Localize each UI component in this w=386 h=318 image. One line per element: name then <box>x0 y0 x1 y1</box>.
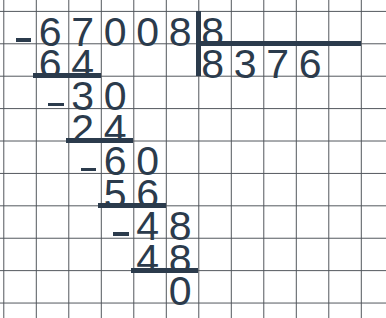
subtraction-underline <box>66 138 134 143</box>
digit-cell-r1c8: 7 <box>261 48 294 80</box>
minus-sign <box>81 168 97 172</box>
digit-cell-r1c7: 3 <box>229 48 262 80</box>
subtraction-underline <box>98 203 166 208</box>
digit-cell-r8c5: 0 <box>164 275 197 307</box>
minus-sign <box>48 103 64 107</box>
digit-cell-r0c5: 8 <box>164 16 197 48</box>
subtraction-underline <box>33 73 101 78</box>
digit-cell-r1c6: 8 <box>196 48 229 80</box>
digit-cell-r0c4: 0 <box>131 16 164 48</box>
minus-sign <box>113 232 129 236</box>
long-division-board: 6700886483763024605648480 <box>0 0 386 318</box>
digit-cell-r0c3: 0 <box>99 16 132 48</box>
subtraction-underline <box>131 268 199 273</box>
minus-sign <box>16 38 32 42</box>
digit-cell-r1c9: 6 <box>294 48 327 80</box>
division-bracket-horizontal <box>196 41 361 46</box>
